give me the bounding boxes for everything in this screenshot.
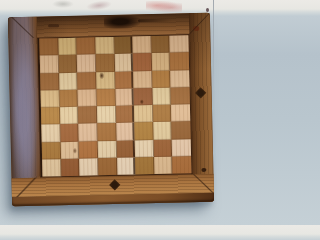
- square-b4: [60, 107, 79, 125]
- frame-crack-streak: [138, 19, 172, 23]
- square-d4: [97, 106, 116, 124]
- square-h2: [172, 139, 191, 157]
- square-g5: [152, 87, 171, 105]
- square-a5: [41, 90, 60, 108]
- square-a3: [41, 124, 60, 142]
- square-e5: [115, 88, 134, 106]
- square-g3: [153, 122, 172, 140]
- square-d8: [95, 37, 114, 55]
- wall-smudge: [86, 0, 113, 12]
- square-f1: [135, 157, 154, 175]
- square-c7: [77, 55, 96, 73]
- chessboard: [37, 34, 192, 177]
- wall-corner-line: [213, 0, 214, 92]
- square-d7: [96, 54, 115, 72]
- square-d5: [96, 89, 115, 107]
- square-b7: [58, 55, 77, 73]
- square-b6: [59, 72, 78, 90]
- square-c6: [77, 72, 96, 90]
- square-c4: [78, 106, 97, 124]
- chessboard-box: [8, 13, 214, 207]
- square-e7: [114, 54, 133, 72]
- square-h5: [171, 87, 190, 105]
- square-e2: [116, 140, 135, 158]
- square-g2: [153, 139, 172, 157]
- square-e8: [114, 36, 133, 54]
- square-c1: [79, 158, 98, 176]
- square-a1: [42, 159, 61, 177]
- square-f8: [132, 36, 151, 54]
- square-a8: [39, 38, 58, 56]
- wall-smudge: [52, 0, 74, 8]
- scene-photo: { "game": "chess", "scene": "Overhead ph…: [0, 0, 225, 225]
- square-g1: [154, 156, 173, 174]
- square-f7: [133, 53, 152, 71]
- square-e3: [116, 123, 135, 141]
- square-c3: [79, 124, 98, 142]
- square-e4: [115, 105, 134, 123]
- square-h4: [171, 104, 190, 122]
- square-h8: [170, 35, 189, 53]
- square-c2: [79, 141, 98, 159]
- frame-damage-mark: [104, 15, 140, 29]
- square-e1: [117, 157, 136, 175]
- square-b5: [59, 89, 78, 107]
- square-f3: [134, 122, 153, 140]
- square-h7: [170, 52, 189, 70]
- diamond-inlay: [195, 87, 206, 98]
- wall-speck: [206, 8, 209, 12]
- square-g6: [152, 70, 171, 88]
- diamond-inlay: [109, 179, 120, 190]
- square-g8: [151, 36, 170, 54]
- square-g7: [151, 53, 170, 71]
- square-c5: [78, 89, 97, 107]
- frame-scuff-mark: [48, 24, 59, 27]
- square-f6: [133, 71, 152, 89]
- square-g4: [153, 105, 172, 123]
- wall-scribble-mark: [146, 1, 182, 12]
- square-f2: [135, 140, 154, 158]
- square-f4: [134, 105, 153, 123]
- square-a2: [42, 142, 61, 160]
- square-f5: [134, 88, 153, 106]
- square-b3: [60, 124, 79, 142]
- square-a6: [40, 73, 59, 91]
- square-d2: [98, 140, 117, 158]
- square-b1: [61, 158, 80, 176]
- square-a7: [40, 55, 59, 73]
- square-h3: [172, 121, 191, 139]
- square-d6: [96, 71, 115, 89]
- wood-knot: [193, 26, 199, 31]
- wood-knot: [201, 168, 206, 172]
- square-d1: [98, 158, 117, 176]
- square-h6: [170, 70, 189, 88]
- square-c8: [77, 37, 96, 55]
- square-e6: [115, 71, 134, 89]
- square-h1: [172, 156, 191, 174]
- square-d3: [97, 123, 116, 141]
- square-a4: [41, 107, 60, 125]
- square-b8: [58, 38, 77, 56]
- square-b2: [60, 141, 79, 159]
